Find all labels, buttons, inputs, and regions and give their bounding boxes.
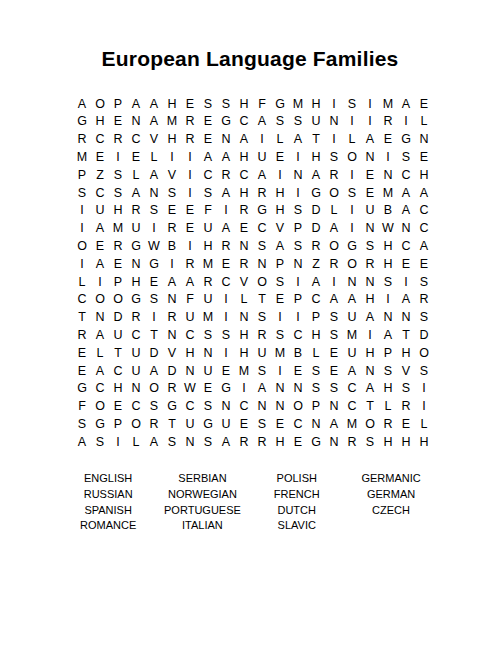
- grid-cell[interactable]: S: [415, 362, 433, 380]
- grid-cell[interactable]: V: [235, 273, 253, 291]
- grid-cell[interactable]: S: [325, 380, 343, 398]
- grid-cell[interactable]: V: [271, 220, 289, 238]
- grid-cell[interactable]: R: [73, 326, 91, 344]
- grid-cell[interactable]: A: [361, 309, 379, 327]
- grid-cell[interactable]: S: [289, 113, 307, 131]
- grid-cell[interactable]: H: [109, 202, 127, 220]
- grid-cell[interactable]: S: [73, 184, 91, 202]
- grid-cell[interactable]: H: [235, 344, 253, 362]
- grid-cell[interactable]: A: [145, 433, 163, 451]
- grid-cell[interactable]: D: [307, 220, 325, 238]
- grid-cell[interactable]: I: [73, 202, 91, 220]
- grid-cell[interactable]: S: [199, 95, 217, 113]
- grid-cell[interactable]: S: [307, 380, 325, 398]
- grid-cell[interactable]: U: [343, 309, 361, 327]
- grid-cell[interactable]: T: [361, 398, 379, 416]
- grid-cell[interactable]: B: [379, 202, 397, 220]
- grid-cell[interactable]: M: [199, 309, 217, 327]
- grid-cell[interactable]: P: [289, 220, 307, 238]
- grid-cell[interactable]: S: [271, 273, 289, 291]
- grid-cell[interactable]: U: [217, 415, 235, 433]
- grid-cell[interactable]: A: [127, 184, 145, 202]
- grid-cell[interactable]: R: [253, 433, 271, 451]
- grid-cell[interactable]: H: [379, 237, 397, 255]
- grid-cell[interactable]: L: [127, 433, 145, 451]
- grid-cell[interactable]: S: [271, 326, 289, 344]
- grid-cell[interactable]: N: [163, 326, 181, 344]
- grid-cell[interactable]: U: [127, 362, 145, 380]
- grid-cell[interactable]: S: [397, 380, 415, 398]
- grid-cell[interactable]: U: [91, 202, 109, 220]
- grid-cell[interactable]: N: [235, 309, 253, 327]
- grid-cell[interactable]: A: [307, 166, 325, 184]
- grid-cell[interactable]: E: [109, 398, 127, 416]
- grid-cell[interactable]: C: [415, 202, 433, 220]
- grid-cell[interactable]: E: [379, 131, 397, 149]
- grid-cell[interactable]: I: [271, 166, 289, 184]
- grid-cell[interactable]: I: [217, 344, 235, 362]
- grid-cell[interactable]: R: [73, 131, 91, 149]
- grid-cell[interactable]: C: [127, 398, 145, 416]
- grid-cell[interactable]: F: [181, 291, 199, 309]
- grid-cell[interactable]: R: [181, 255, 199, 273]
- grid-cell[interactable]: E: [325, 344, 343, 362]
- grid-cell[interactable]: L: [127, 166, 145, 184]
- grid-cell[interactable]: U: [127, 220, 145, 238]
- grid-cell[interactable]: L: [235, 291, 253, 309]
- grid-cell[interactable]: H: [109, 380, 127, 398]
- grid-cell[interactable]: E: [199, 131, 217, 149]
- grid-cell[interactable]: I: [217, 291, 235, 309]
- grid-cell[interactable]: I: [289, 148, 307, 166]
- grid-cell[interactable]: Z: [91, 166, 109, 184]
- grid-cell[interactable]: U: [361, 202, 379, 220]
- grid-cell[interactable]: R: [199, 273, 217, 291]
- grid-cell[interactable]: P: [379, 344, 397, 362]
- grid-cell[interactable]: C: [91, 184, 109, 202]
- grid-cell[interactable]: H: [127, 273, 145, 291]
- grid-cell[interactable]: C: [343, 380, 361, 398]
- grid-cell[interactable]: N: [217, 131, 235, 149]
- grid-cell[interactable]: H: [271, 433, 289, 451]
- grid-cell[interactable]: E: [361, 184, 379, 202]
- grid-cell[interactable]: G: [127, 291, 145, 309]
- grid-cell[interactable]: S: [217, 326, 235, 344]
- grid-cell[interactable]: N: [361, 273, 379, 291]
- grid-cell[interactable]: V: [145, 131, 163, 149]
- grid-cell[interactable]: H: [271, 202, 289, 220]
- grid-cell[interactable]: S: [307, 362, 325, 380]
- grid-cell[interactable]: E: [163, 202, 181, 220]
- grid-cell[interactable]: S: [415, 309, 433, 327]
- grid-cell[interactable]: I: [397, 273, 415, 291]
- grid-cell[interactable]: E: [73, 344, 91, 362]
- grid-cell[interactable]: H: [361, 344, 379, 362]
- grid-cell[interactable]: P: [271, 255, 289, 273]
- grid-cell[interactable]: R: [253, 326, 271, 344]
- grid-cell[interactable]: I: [325, 273, 343, 291]
- grid-cell[interactable]: C: [253, 220, 271, 238]
- grid-cell[interactable]: A: [91, 220, 109, 238]
- grid-cell[interactable]: M: [271, 344, 289, 362]
- grid-cell[interactable]: R: [127, 309, 145, 327]
- grid-cell[interactable]: A: [343, 291, 361, 309]
- grid-cell[interactable]: S: [73, 415, 91, 433]
- grid-cell[interactable]: N: [325, 113, 343, 131]
- grid-cell[interactable]: A: [235, 131, 253, 149]
- grid-cell[interactable]: N: [145, 184, 163, 202]
- grid-cell[interactable]: M: [235, 362, 253, 380]
- grid-cell[interactable]: R: [181, 113, 199, 131]
- grid-cell[interactable]: N: [181, 433, 199, 451]
- grid-cell[interactable]: S: [253, 415, 271, 433]
- grid-cell[interactable]: C: [415, 220, 433, 238]
- grid-cell[interactable]: O: [343, 148, 361, 166]
- grid-cell[interactable]: I: [415, 398, 433, 416]
- grid-cell[interactable]: D: [109, 309, 127, 327]
- grid-cell[interactable]: O: [109, 291, 127, 309]
- grid-cell[interactable]: T: [307, 131, 325, 149]
- grid-cell[interactable]: T: [253, 291, 271, 309]
- grid-cell[interactable]: V: [397, 362, 415, 380]
- grid-cell[interactable]: H: [235, 95, 253, 113]
- grid-cell[interactable]: G: [73, 113, 91, 131]
- grid-cell[interactable]: L: [271, 131, 289, 149]
- grid-cell[interactable]: H: [397, 344, 415, 362]
- grid-cell[interactable]: E: [361, 166, 379, 184]
- grid-cell[interactable]: I: [415, 380, 433, 398]
- grid-cell[interactable]: H: [181, 344, 199, 362]
- grid-cell[interactable]: C: [235, 113, 253, 131]
- grid-cell[interactable]: E: [109, 255, 127, 273]
- grid-cell[interactable]: R: [163, 220, 181, 238]
- grid-cell[interactable]: H: [163, 95, 181, 113]
- grid-cell[interactable]: A: [361, 131, 379, 149]
- grid-cell[interactable]: N: [361, 148, 379, 166]
- grid-cell[interactable]: H: [415, 433, 433, 451]
- grid-cell[interactable]: O: [91, 95, 109, 113]
- grid-cell[interactable]: I: [73, 220, 91, 238]
- grid-cell[interactable]: S: [289, 237, 307, 255]
- grid-cell[interactable]: C: [73, 291, 91, 309]
- grid-cell[interactable]: I: [109, 433, 127, 451]
- grid-cell[interactable]: E: [127, 148, 145, 166]
- grid-cell[interactable]: A: [217, 148, 235, 166]
- grid-cell[interactable]: G: [397, 131, 415, 149]
- grid-cell[interactable]: S: [253, 237, 271, 255]
- grid-cell[interactable]: N: [361, 220, 379, 238]
- grid-cell[interactable]: H: [235, 326, 253, 344]
- grid-cell[interactable]: S: [253, 309, 271, 327]
- grid-cell[interactable]: M: [199, 255, 217, 273]
- grid-cell[interactable]: C: [235, 398, 253, 416]
- grid-cell[interactable]: H: [361, 291, 379, 309]
- grid-cell[interactable]: P: [109, 273, 127, 291]
- grid-cell[interactable]: C: [91, 380, 109, 398]
- grid-cell[interactable]: I: [343, 220, 361, 238]
- grid-cell[interactable]: W: [181, 380, 199, 398]
- grid-cell[interactable]: E: [271, 415, 289, 433]
- grid-cell[interactable]: R: [109, 237, 127, 255]
- grid-cell[interactable]: G: [307, 433, 325, 451]
- grid-cell[interactable]: S: [109, 166, 127, 184]
- grid-cell[interactable]: C: [181, 326, 199, 344]
- grid-cell[interactable]: A: [325, 220, 343, 238]
- grid-cell[interactable]: S: [163, 433, 181, 451]
- grid-cell[interactable]: A: [91, 326, 109, 344]
- grid-cell[interactable]: R: [235, 433, 253, 451]
- grid-cell[interactable]: A: [127, 95, 145, 113]
- grid-cell[interactable]: R: [307, 237, 325, 255]
- grid-cell[interactable]: N: [127, 255, 145, 273]
- grid-cell[interactable]: N: [379, 166, 397, 184]
- grid-cell[interactable]: R: [325, 166, 343, 184]
- grid-cell[interactable]: O: [325, 184, 343, 202]
- grid-cell[interactable]: H: [235, 148, 253, 166]
- grid-cell[interactable]: I: [181, 184, 199, 202]
- grid-cell[interactable]: U: [307, 113, 325, 131]
- grid-cell[interactable]: A: [253, 166, 271, 184]
- grid-cell[interactable]: O: [325, 237, 343, 255]
- grid-cell[interactable]: U: [127, 344, 145, 362]
- grid-cell[interactable]: L: [91, 344, 109, 362]
- grid-cell[interactable]: E: [199, 380, 217, 398]
- grid-cell[interactable]: T: [73, 309, 91, 327]
- grid-cell[interactable]: R: [145, 415, 163, 433]
- grid-cell[interactable]: A: [415, 184, 433, 202]
- grid-cell[interactable]: A: [253, 380, 271, 398]
- grid-cell[interactable]: I: [379, 291, 397, 309]
- grid-cell[interactable]: G: [271, 95, 289, 113]
- grid-cell[interactable]: O: [91, 398, 109, 416]
- grid-cell[interactable]: L: [307, 344, 325, 362]
- grid-cell[interactable]: P: [307, 309, 325, 327]
- grid-cell[interactable]: Z: [307, 255, 325, 273]
- grid-cell[interactable]: R: [127, 202, 145, 220]
- grid-cell[interactable]: S: [379, 273, 397, 291]
- grid-cell[interactable]: A: [325, 415, 343, 433]
- grid-cell[interactable]: E: [325, 362, 343, 380]
- grid-cell[interactable]: N: [217, 398, 235, 416]
- grid-cell[interactable]: T: [397, 326, 415, 344]
- grid-cell[interactable]: R: [379, 415, 397, 433]
- grid-cell[interactable]: N: [91, 309, 109, 327]
- grid-cell[interactable]: O: [145, 380, 163, 398]
- grid-cell[interactable]: C: [91, 131, 109, 149]
- grid-cell[interactable]: E: [199, 113, 217, 131]
- grid-cell[interactable]: G: [145, 255, 163, 273]
- grid-cell[interactable]: E: [145, 273, 163, 291]
- grid-cell[interactable]: N: [271, 380, 289, 398]
- grid-cell[interactable]: N: [307, 415, 325, 433]
- grid-cell[interactable]: H: [307, 148, 325, 166]
- grid-cell[interactable]: I: [163, 255, 181, 273]
- grid-cell[interactable]: I: [181, 166, 199, 184]
- grid-cell[interactable]: L: [415, 415, 433, 433]
- grid-cell[interactable]: E: [289, 433, 307, 451]
- grid-cell[interactable]: D: [307, 202, 325, 220]
- grid-cell[interactable]: N: [235, 237, 253, 255]
- grid-cell[interactable]: F: [253, 95, 271, 113]
- grid-cell[interactable]: C: [109, 362, 127, 380]
- grid-cell[interactable]: S: [253, 362, 271, 380]
- grid-cell[interactable]: N: [379, 309, 397, 327]
- grid-cell[interactable]: N: [127, 113, 145, 131]
- grid-cell[interactable]: A: [145, 113, 163, 131]
- grid-cell[interactable]: D: [163, 362, 181, 380]
- grid-cell[interactable]: E: [109, 113, 127, 131]
- grid-cell[interactable]: L: [145, 148, 163, 166]
- grid-cell[interactable]: V: [163, 344, 181, 362]
- grid-cell[interactable]: A: [145, 166, 163, 184]
- grid-cell[interactable]: U: [199, 220, 217, 238]
- grid-cell[interactable]: E: [271, 291, 289, 309]
- grid-cell[interactable]: M: [343, 326, 361, 344]
- grid-cell[interactable]: E: [235, 220, 253, 238]
- grid-cell[interactable]: E: [415, 255, 433, 273]
- grid-cell[interactable]: I: [343, 166, 361, 184]
- grid-cell[interactable]: M: [379, 184, 397, 202]
- grid-cell[interactable]: H: [379, 433, 397, 451]
- grid-cell[interactable]: E: [181, 202, 199, 220]
- grid-cell[interactable]: A: [307, 273, 325, 291]
- grid-cell[interactable]: G: [343, 237, 361, 255]
- grid-cell[interactable]: E: [91, 237, 109, 255]
- grid-cell[interactable]: H: [163, 131, 181, 149]
- grid-cell[interactable]: I: [109, 148, 127, 166]
- grid-cell[interactable]: I: [145, 309, 163, 327]
- grid-cell[interactable]: A: [181, 273, 199, 291]
- grid-cell[interactable]: F: [73, 398, 91, 416]
- grid-cell[interactable]: L: [73, 273, 91, 291]
- grid-cell[interactable]: H: [379, 255, 397, 273]
- grid-cell[interactable]: D: [415, 326, 433, 344]
- grid-cell[interactable]: I: [289, 184, 307, 202]
- grid-cell[interactable]: C: [397, 237, 415, 255]
- grid-cell[interactable]: S: [325, 326, 343, 344]
- grid-cell[interactable]: N: [253, 255, 271, 273]
- grid-cell[interactable]: R: [343, 433, 361, 451]
- grid-cell[interactable]: N: [289, 166, 307, 184]
- grid-cell[interactable]: U: [199, 362, 217, 380]
- grid-cell[interactable]: C: [397, 166, 415, 184]
- grid-cell[interactable]: S: [91, 433, 109, 451]
- grid-cell[interactable]: B: [289, 344, 307, 362]
- grid-cell[interactable]: L: [415, 113, 433, 131]
- grid-cell[interactable]: I: [361, 113, 379, 131]
- grid-cell[interactable]: H: [91, 113, 109, 131]
- grid-cell[interactable]: A: [253, 113, 271, 131]
- grid-cell[interactable]: A: [361, 380, 379, 398]
- grid-cell[interactable]: I: [73, 255, 91, 273]
- grid-cell[interactable]: S: [109, 184, 127, 202]
- grid-cell[interactable]: F: [199, 202, 217, 220]
- grid-cell[interactable]: G: [217, 380, 235, 398]
- grid-cell[interactable]: S: [199, 433, 217, 451]
- grid-cell[interactable]: I: [271, 362, 289, 380]
- grid-cell[interactable]: S: [379, 362, 397, 380]
- grid-cell[interactable]: R: [379, 113, 397, 131]
- grid-cell[interactable]: N: [271, 398, 289, 416]
- grid-cell[interactable]: I: [325, 131, 343, 149]
- grid-cell[interactable]: G: [307, 184, 325, 202]
- grid-cell[interactable]: H: [397, 433, 415, 451]
- grid-cell[interactable]: I: [163, 148, 181, 166]
- grid-cell[interactable]: I: [181, 237, 199, 255]
- grid-cell[interactable]: A: [397, 291, 415, 309]
- grid-cell[interactable]: S: [415, 273, 433, 291]
- grid-cell[interactable]: G: [217, 113, 235, 131]
- grid-cell[interactable]: R: [253, 184, 271, 202]
- grid-cell[interactable]: A: [145, 362, 163, 380]
- grid-cell[interactable]: G: [163, 398, 181, 416]
- grid-cell[interactable]: N: [199, 344, 217, 362]
- grid-cell[interactable]: S: [343, 95, 361, 113]
- grid-cell[interactable]: U: [343, 344, 361, 362]
- grid-cell[interactable]: O: [343, 255, 361, 273]
- grid-cell[interactable]: G: [91, 415, 109, 433]
- grid-cell[interactable]: P: [109, 415, 127, 433]
- grid-cell[interactable]: A: [91, 255, 109, 273]
- grid-cell[interactable]: H: [307, 95, 325, 113]
- grid-cell[interactable]: G: [127, 237, 145, 255]
- grid-cell[interactable]: E: [271, 148, 289, 166]
- grid-cell[interactable]: N: [181, 362, 199, 380]
- grid-cell[interactable]: H: [199, 237, 217, 255]
- grid-cell[interactable]: O: [361, 415, 379, 433]
- grid-cell[interactable]: A: [217, 433, 235, 451]
- grid-cell[interactable]: E: [289, 362, 307, 380]
- grid-cell[interactable]: L: [379, 398, 397, 416]
- grid-cell[interactable]: T: [163, 415, 181, 433]
- grid-cell[interactable]: N: [361, 362, 379, 380]
- grid-cell[interactable]: I: [271, 309, 289, 327]
- grid-cell[interactable]: N: [397, 309, 415, 327]
- grid-cell[interactable]: S: [289, 202, 307, 220]
- grid-cell[interactable]: A: [73, 433, 91, 451]
- grid-cell[interactable]: N: [289, 380, 307, 398]
- grid-cell[interactable]: R: [163, 309, 181, 327]
- grid-cell[interactable]: A: [73, 95, 91, 113]
- grid-cell[interactable]: H: [415, 166, 433, 184]
- grid-cell[interactable]: R: [235, 255, 253, 273]
- grid-cell[interactable]: S: [271, 113, 289, 131]
- grid-cell[interactable]: I: [343, 202, 361, 220]
- grid-cell[interactable]: O: [127, 415, 145, 433]
- grid-cell[interactable]: W: [145, 237, 163, 255]
- grid-cell[interactable]: C: [127, 131, 145, 149]
- grid-cell[interactable]: I: [181, 148, 199, 166]
- grid-cell[interactable]: S: [145, 291, 163, 309]
- grid-cell[interactable]: S: [343, 184, 361, 202]
- grid-cell[interactable]: N: [289, 255, 307, 273]
- grid-cell[interactable]: N: [325, 433, 343, 451]
- grid-cell[interactable]: A: [415, 237, 433, 255]
- grid-cell[interactable]: E: [415, 148, 433, 166]
- grid-cell[interactable]: E: [217, 362, 235, 380]
- grid-cell[interactable]: N: [253, 398, 271, 416]
- grid-cell[interactable]: I: [289, 273, 307, 291]
- grid-cell[interactable]: M: [73, 148, 91, 166]
- grid-cell[interactable]: M: [163, 113, 181, 131]
- grid-cell[interactable]: S: [199, 326, 217, 344]
- grid-cell[interactable]: T: [145, 326, 163, 344]
- grid-cell[interactable]: P: [289, 291, 307, 309]
- grid-cell[interactable]: G: [199, 415, 217, 433]
- grid-cell[interactable]: A: [397, 184, 415, 202]
- grid-cell[interactable]: C: [235, 166, 253, 184]
- grid-cell[interactable]: A: [379, 326, 397, 344]
